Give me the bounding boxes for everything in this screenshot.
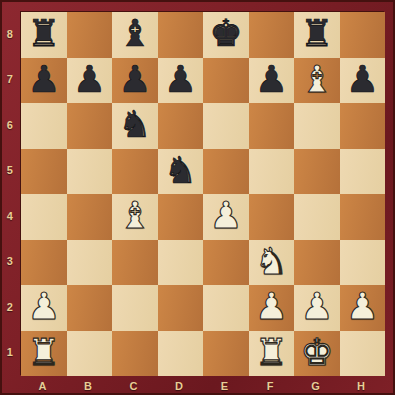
square-b8[interactable] bbox=[67, 12, 113, 58]
piece-black-pawn: ♟ bbox=[340, 58, 386, 104]
square-b4[interactable] bbox=[67, 194, 113, 240]
piece-black-knight: ♞ bbox=[112, 103, 158, 149]
piece-white-bishop: ♝ bbox=[294, 58, 340, 104]
file-label-h: H bbox=[339, 380, 385, 392]
square-a3[interactable] bbox=[21, 240, 67, 286]
square-d2[interactable] bbox=[158, 285, 204, 331]
square-e4[interactable]: ♟ bbox=[203, 194, 249, 240]
square-a4[interactable] bbox=[21, 194, 67, 240]
square-g2[interactable]: ♟ bbox=[294, 285, 340, 331]
square-h7[interactable]: ♟ bbox=[340, 58, 386, 104]
square-h1[interactable] bbox=[340, 331, 386, 377]
square-e3[interactable] bbox=[203, 240, 249, 286]
square-g8[interactable]: ♜ bbox=[294, 12, 340, 58]
rank-label-2: 2 bbox=[0, 301, 20, 313]
square-e7[interactable] bbox=[203, 58, 249, 104]
square-b3[interactable] bbox=[67, 240, 113, 286]
square-b5[interactable] bbox=[67, 149, 113, 195]
piece-white-pawn: ♟ bbox=[203, 194, 249, 240]
piece-white-pawn: ♟ bbox=[294, 285, 340, 331]
square-h5[interactable] bbox=[340, 149, 386, 195]
rank-label-5: 5 bbox=[0, 164, 20, 176]
rank-labels: 87654321 bbox=[0, 11, 20, 375]
file-label-d: D bbox=[157, 380, 203, 392]
square-c3[interactable] bbox=[112, 240, 158, 286]
square-f6[interactable] bbox=[249, 103, 295, 149]
square-g1[interactable]: ♚ bbox=[294, 331, 340, 377]
square-b7[interactable]: ♟ bbox=[67, 58, 113, 104]
file-label-b: B bbox=[66, 380, 112, 392]
square-c4[interactable]: ♝ bbox=[112, 194, 158, 240]
square-c1[interactable] bbox=[112, 331, 158, 377]
square-b2[interactable] bbox=[67, 285, 113, 331]
piece-black-pawn: ♟ bbox=[67, 58, 113, 104]
square-a6[interactable] bbox=[21, 103, 67, 149]
file-label-f: F bbox=[248, 380, 294, 392]
square-a2[interactable]: ♟ bbox=[21, 285, 67, 331]
square-e5[interactable] bbox=[203, 149, 249, 195]
file-labels: ABCDEFGH bbox=[20, 376, 384, 395]
piece-white-pawn: ♟ bbox=[340, 285, 386, 331]
square-f2[interactable]: ♟ bbox=[249, 285, 295, 331]
piece-black-bishop: ♝ bbox=[112, 12, 158, 58]
square-f3[interactable]: ♞ bbox=[249, 240, 295, 286]
square-c7[interactable]: ♟ bbox=[112, 58, 158, 104]
square-f8[interactable] bbox=[249, 12, 295, 58]
rank-label-3: 3 bbox=[0, 255, 20, 267]
piece-white-rook: ♜ bbox=[21, 331, 67, 377]
square-c2[interactable] bbox=[112, 285, 158, 331]
piece-black-rook: ♜ bbox=[294, 12, 340, 58]
file-label-g: G bbox=[293, 380, 339, 392]
file-label-a: A bbox=[20, 380, 66, 392]
square-e1[interactable] bbox=[203, 331, 249, 377]
square-h4[interactable] bbox=[340, 194, 386, 240]
rank-label-8: 8 bbox=[0, 28, 20, 40]
square-c8[interactable]: ♝ bbox=[112, 12, 158, 58]
square-d4[interactable] bbox=[158, 194, 204, 240]
rank-label-4: 4 bbox=[0, 210, 20, 222]
square-a7[interactable]: ♟ bbox=[21, 58, 67, 104]
square-d3[interactable] bbox=[158, 240, 204, 286]
piece-white-pawn: ♟ bbox=[249, 285, 295, 331]
square-b6[interactable] bbox=[67, 103, 113, 149]
square-h3[interactable] bbox=[340, 240, 386, 286]
square-a5[interactable] bbox=[21, 149, 67, 195]
piece-white-knight: ♞ bbox=[249, 240, 295, 286]
square-h6[interactable] bbox=[340, 103, 386, 149]
square-b1[interactable] bbox=[67, 331, 113, 377]
piece-white-rook: ♜ bbox=[249, 331, 295, 377]
rank-label-6: 6 bbox=[0, 119, 20, 131]
square-g4[interactable] bbox=[294, 194, 340, 240]
square-d7[interactable]: ♟ bbox=[158, 58, 204, 104]
square-h8[interactable] bbox=[340, 12, 386, 58]
file-label-c: C bbox=[111, 380, 157, 392]
piece-black-pawn: ♟ bbox=[21, 58, 67, 104]
square-f5[interactable] bbox=[249, 149, 295, 195]
square-f1[interactable]: ♜ bbox=[249, 331, 295, 377]
piece-black-pawn: ♟ bbox=[249, 58, 295, 104]
square-e6[interactable] bbox=[203, 103, 249, 149]
square-h2[interactable]: ♟ bbox=[340, 285, 386, 331]
square-d1[interactable] bbox=[158, 331, 204, 377]
square-c6[interactable]: ♞ bbox=[112, 103, 158, 149]
piece-white-pawn: ♟ bbox=[21, 285, 67, 331]
file-label-e: E bbox=[202, 380, 248, 392]
square-d5[interactable]: ♞ bbox=[158, 149, 204, 195]
piece-black-knight: ♞ bbox=[158, 149, 204, 195]
square-f7[interactable]: ♟ bbox=[249, 58, 295, 104]
square-e2[interactable] bbox=[203, 285, 249, 331]
square-c5[interactable] bbox=[112, 149, 158, 195]
square-e8[interactable]: ♚ bbox=[203, 12, 249, 58]
rank-label-7: 7 bbox=[0, 73, 20, 85]
square-f4[interactable] bbox=[249, 194, 295, 240]
rank-label-1: 1 bbox=[0, 346, 20, 358]
piece-white-bishop: ♝ bbox=[112, 194, 158, 240]
square-g7[interactable]: ♝ bbox=[294, 58, 340, 104]
piece-black-king: ♚ bbox=[203, 12, 249, 58]
square-a8[interactable]: ♜ bbox=[21, 12, 67, 58]
piece-white-king: ♚ bbox=[294, 331, 340, 377]
square-d6[interactable] bbox=[158, 103, 204, 149]
chess-board: ♜♝♚♜♟♟♟♟♟♝♟♞♞♝♟♞♟♟♟♟♜♜♚ bbox=[20, 11, 384, 375]
square-a1[interactable]: ♜ bbox=[21, 331, 67, 377]
square-d8[interactable] bbox=[158, 12, 204, 58]
square-g6[interactable] bbox=[294, 103, 340, 149]
square-g5[interactable] bbox=[294, 149, 340, 195]
chess-board-frame: ♜♝♚♜♟♟♟♟♟♝♟♞♞♝♟♞♟♟♟♟♜♜♚ ABCDEFGH 8765432… bbox=[0, 0, 395, 395]
square-g3[interactable] bbox=[294, 240, 340, 286]
piece-black-pawn: ♟ bbox=[158, 58, 204, 104]
piece-black-rook: ♜ bbox=[21, 12, 67, 58]
piece-black-pawn: ♟ bbox=[112, 58, 158, 104]
